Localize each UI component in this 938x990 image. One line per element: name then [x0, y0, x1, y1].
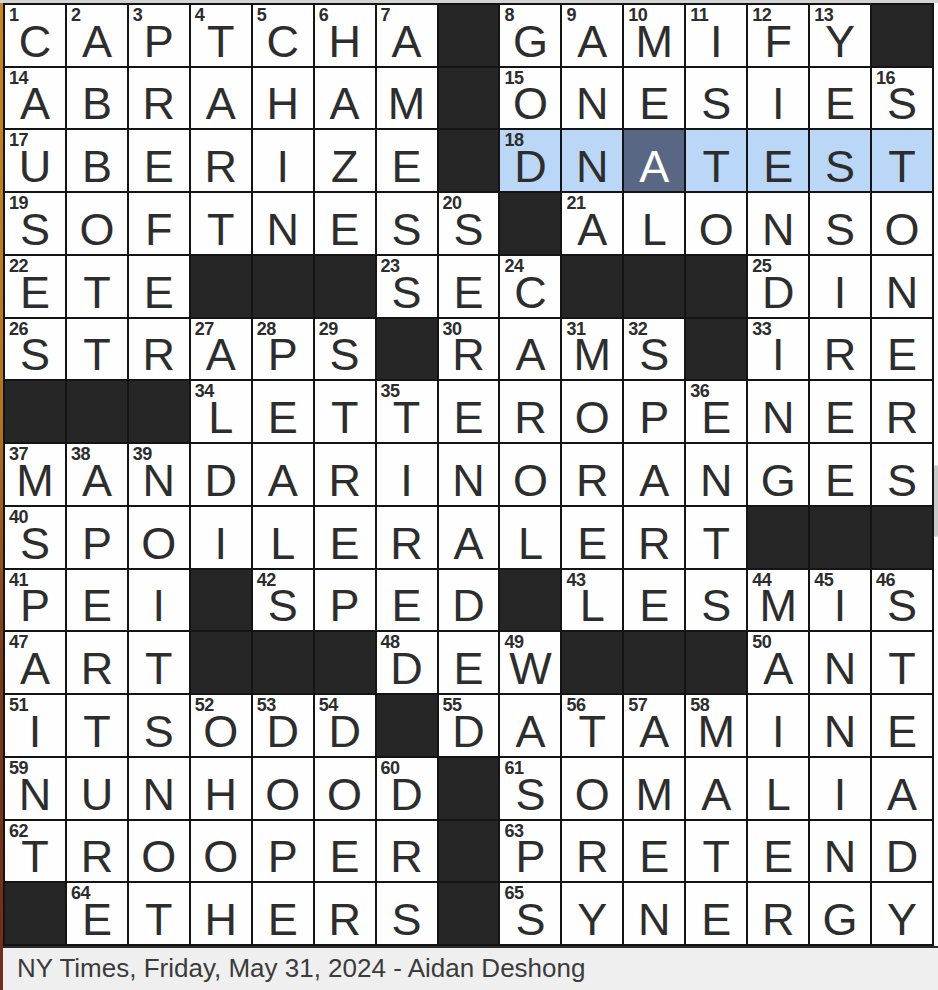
cell-r14c15[interactable]: D: [872, 821, 932, 882]
cell-r7c6[interactable]: T: [315, 381, 375, 442]
cell-r4c6[interactable]: E: [315, 193, 375, 254]
cell-r9c5[interactable]: L: [253, 507, 313, 568]
cell-letter: E: [624, 583, 684, 628]
cell-r14c9[interactable]: 63P: [500, 821, 560, 882]
cell-r15c15[interactable]: Y: [872, 883, 932, 944]
cell-r6c11[interactable]: 32S: [624, 319, 684, 380]
cell-r12c4[interactable]: 52O: [191, 695, 251, 756]
cell-r15c11[interactable]: N: [624, 883, 684, 944]
cell-r15c6[interactable]: R: [315, 883, 375, 944]
cell-r4c15[interactable]: O: [872, 193, 932, 254]
cell-letter: H: [315, 19, 375, 64]
cell-letter: A: [67, 458, 127, 503]
cell-letter: H: [191, 772, 251, 817]
cell-r10c12[interactable]: S: [686, 570, 746, 631]
cell-letter: H: [191, 897, 251, 942]
cell-r10c15[interactable]: 46S: [872, 570, 932, 631]
cell-letter: E: [624, 81, 684, 126]
cell-r11c5: [253, 632, 313, 693]
cell-r4c7[interactable]: S: [377, 193, 437, 254]
cell-r11c13[interactable]: 50A: [748, 632, 808, 693]
cell-r5c13[interactable]: 25D: [748, 256, 808, 317]
cell-letter: M: [5, 458, 65, 503]
cell-r2c15[interactable]: 16S: [872, 68, 932, 129]
cell-r8c7[interactable]: I: [377, 444, 437, 505]
cell-r11c15[interactable]: T: [872, 632, 932, 693]
cell-letter: N: [129, 772, 189, 817]
cell-letter: E: [872, 709, 932, 754]
cell-r2c7[interactable]: M: [377, 68, 437, 129]
cell-letter: N: [253, 207, 313, 252]
cell-r10c4: [191, 570, 251, 631]
cell-r11c14[interactable]: N: [810, 632, 870, 693]
cell-r12c6[interactable]: 54D: [315, 695, 375, 756]
cell-r15c5[interactable]: E: [253, 883, 313, 944]
cell-r7c13[interactable]: N: [748, 381, 808, 442]
cell-r5c8[interactable]: E: [439, 256, 499, 317]
cell-r13c7[interactable]: 60D: [377, 758, 437, 819]
cell-letter: P: [5, 583, 65, 628]
cell-r3c14[interactable]: S: [810, 130, 870, 191]
cell-r10c3[interactable]: I: [129, 570, 189, 631]
cell-r3c1[interactable]: 17U: [5, 130, 65, 191]
cell-r14c2[interactable]: R: [67, 821, 127, 882]
cell-letter: T: [129, 897, 189, 942]
cell-letter: T: [315, 395, 375, 440]
cell-letter: E: [315, 834, 375, 879]
cell-r8c11[interactable]: A: [624, 444, 684, 505]
cell-r11c4: [191, 632, 251, 693]
cell-r2c11[interactable]: E: [624, 68, 684, 129]
cell-r6c10[interactable]: 31M: [562, 319, 622, 380]
cell-r14c6[interactable]: E: [315, 821, 375, 882]
cell-letter: S: [253, 583, 313, 628]
cell-r5c14[interactable]: I: [810, 256, 870, 317]
cell-letter: N: [562, 81, 622, 126]
cell-letter: I: [810, 270, 870, 315]
cell-r1c7[interactable]: 7A: [377, 5, 437, 66]
cell-letter: R: [129, 332, 189, 377]
cell-letter: U: [67, 772, 127, 817]
cell-r15c7[interactable]: S: [377, 883, 437, 944]
cell-letter: N: [810, 646, 870, 691]
cell-letter: I: [129, 583, 189, 628]
cell-letter: N: [748, 395, 808, 440]
cell-letter: W: [500, 646, 560, 691]
cell-r2c1[interactable]: 14A: [5, 68, 65, 129]
cell-letter: S: [872, 458, 932, 503]
cell-letter: A: [686, 772, 746, 817]
cell-r1c6[interactable]: 6H: [315, 5, 375, 66]
cell-r3c3[interactable]: E: [129, 130, 189, 191]
cell-r3c12[interactable]: T: [686, 130, 746, 191]
cell-r15c14[interactable]: G: [810, 883, 870, 944]
cell-r3c6[interactable]: Z: [315, 130, 375, 191]
cell-letter: O: [129, 834, 189, 879]
cell-letter: E: [67, 583, 127, 628]
cell-letter: I: [686, 19, 746, 64]
cell-r14c11[interactable]: E: [624, 821, 684, 882]
cell-r12c10[interactable]: 56T: [562, 695, 622, 756]
cell-r6c7: [377, 319, 437, 380]
cell-letter: A: [872, 772, 932, 817]
cell-r13c13[interactable]: L: [748, 758, 808, 819]
cell-r2c14[interactable]: E: [810, 68, 870, 129]
cell-r7c3: [129, 381, 189, 442]
cell-r3c13[interactable]: E: [748, 130, 808, 191]
cell-letter: M: [624, 19, 684, 64]
cell-r9c6[interactable]: E: [315, 507, 375, 568]
cell-r15c9[interactable]: 65S: [500, 883, 560, 944]
cell-r1c3[interactable]: 3P: [129, 5, 189, 66]
cell-r7c9[interactable]: R: [500, 381, 560, 442]
cell-r2c5[interactable]: H: [253, 68, 313, 129]
cell-r10c6[interactable]: P: [315, 570, 375, 631]
cell-letter: A: [191, 81, 251, 126]
cell-r9c12[interactable]: T: [686, 507, 746, 568]
cell-letter: O: [686, 207, 746, 252]
cell-r10c10[interactable]: 43L: [562, 570, 622, 631]
cell-r4c14[interactable]: S: [810, 193, 870, 254]
cell-r10c5[interactable]: 42S: [253, 570, 313, 631]
cell-letter: E: [315, 207, 375, 252]
cell-r9c11[interactable]: R: [624, 507, 684, 568]
cell-r13c4[interactable]: H: [191, 758, 251, 819]
cell-letter: C: [500, 270, 560, 315]
cell-r4c1[interactable]: 19S: [5, 193, 65, 254]
cell-r12c9[interactable]: A: [500, 695, 560, 756]
cell-r3c11[interactable]: A: [624, 130, 684, 191]
cell-r12c14[interactable]: N: [810, 695, 870, 756]
cell-r12c5[interactable]: 53D: [253, 695, 313, 756]
cell-letter: L: [500, 521, 560, 566]
cell-r3c10[interactable]: N: [562, 130, 622, 191]
cell-r9c10[interactable]: E: [562, 507, 622, 568]
cell-letter: S: [810, 144, 870, 189]
cell-r1c2[interactable]: 2A: [67, 5, 127, 66]
cell-r14c10[interactable]: R: [562, 821, 622, 882]
cell-r6c13[interactable]: 33I: [748, 319, 808, 380]
cell-r15c1: [5, 883, 65, 944]
cell-r12c2[interactable]: T: [67, 695, 127, 756]
cell-r1c13[interactable]: 12F: [748, 5, 808, 66]
cell-letter: R: [562, 834, 622, 879]
cell-r2c6[interactable]: A: [315, 68, 375, 129]
cell-r9c1[interactable]: 40S: [5, 507, 65, 568]
cell-r2c2[interactable]: B: [67, 68, 127, 129]
cell-r14c12[interactable]: T: [686, 821, 746, 882]
cell-r12c8[interactable]: 55D: [439, 695, 499, 756]
cell-letter: E: [67, 897, 127, 942]
cell-r7c10[interactable]: O: [562, 381, 622, 442]
cell-r15c12[interactable]: E: [686, 883, 746, 944]
cell-r10c9: [500, 570, 560, 631]
cell-r12c3[interactable]: S: [129, 695, 189, 756]
cell-r11c10: [562, 632, 622, 693]
cell-r9c7[interactable]: R: [377, 507, 437, 568]
cell-r9c3[interactable]: O: [129, 507, 189, 568]
cell-r11c7[interactable]: 48D: [377, 632, 437, 693]
cell-r5c1[interactable]: 22E: [5, 256, 65, 317]
cell-r10c7[interactable]: E: [377, 570, 437, 631]
cell-letter: R: [500, 395, 560, 440]
cell-letter: E: [810, 458, 870, 503]
cell-r5c2[interactable]: T: [67, 256, 127, 317]
cell-r7c11[interactable]: P: [624, 381, 684, 442]
cell-letter: A: [377, 19, 437, 64]
cell-r8c2[interactable]: 38A: [67, 444, 127, 505]
cell-r1c11[interactable]: 10M: [624, 5, 684, 66]
cell-r6c5[interactable]: 28P: [253, 319, 313, 380]
cell-r1c5[interactable]: 5C: [253, 5, 313, 66]
cell-letter: E: [253, 897, 313, 942]
cell-r15c8: [439, 883, 499, 944]
cell-letter: N: [562, 144, 622, 189]
cell-letter: R: [191, 144, 251, 189]
cell-r6c14[interactable]: R: [810, 319, 870, 380]
cell-r5c4: [191, 256, 251, 317]
cell-r1c14[interactable]: 13Y: [810, 5, 870, 66]
cell-r14c5[interactable]: P: [253, 821, 313, 882]
cell-letter: H: [253, 81, 313, 126]
cell-r4c8[interactable]: 20S: [439, 193, 499, 254]
cell-letter: G: [810, 897, 870, 942]
cell-r13c6[interactable]: O: [315, 758, 375, 819]
cell-letter: R: [315, 458, 375, 503]
cell-r13c15[interactable]: A: [872, 758, 932, 819]
cell-r5c12: [686, 256, 746, 317]
cell-r7c12[interactable]: 36E: [686, 381, 746, 442]
cell-r4c4[interactable]: T: [191, 193, 251, 254]
cell-r6c15[interactable]: E: [872, 319, 932, 380]
cell-letter: E: [748, 834, 808, 879]
cell-letter: S: [872, 81, 932, 126]
cell-r8c9[interactable]: O: [500, 444, 560, 505]
cell-letter: O: [500, 458, 560, 503]
cell-r4c12[interactable]: O: [686, 193, 746, 254]
cell-r11c1[interactable]: 47A: [5, 632, 65, 693]
cell-r5c3[interactable]: E: [129, 256, 189, 317]
cell-r2c3[interactable]: R: [129, 68, 189, 129]
cell-r3c15[interactable]: T: [872, 130, 932, 191]
cell-r2c13[interactable]: I: [748, 68, 808, 129]
cell-letter: R: [810, 332, 870, 377]
cell-r2c4[interactable]: A: [191, 68, 251, 129]
cell-r6c2[interactable]: T: [67, 319, 127, 380]
cell-r8c14[interactable]: E: [810, 444, 870, 505]
cell-r6c6[interactable]: 29S: [315, 319, 375, 380]
cell-r2c10[interactable]: N: [562, 68, 622, 129]
cell-letter: P: [500, 834, 560, 879]
cell-letter: T: [67, 332, 127, 377]
cell-letter: E: [748, 144, 808, 189]
cell-r7c7[interactable]: 35T: [377, 381, 437, 442]
cell-r12c1[interactable]: 51I: [5, 695, 65, 756]
cell-r5c15[interactable]: N: [872, 256, 932, 317]
cell-r10c14[interactable]: 45I: [810, 570, 870, 631]
cell-r2c12[interactable]: S: [686, 68, 746, 129]
cell-r8c3[interactable]: 39N: [129, 444, 189, 505]
cell-r8c8[interactable]: N: [439, 444, 499, 505]
puzzle-source-text: NY Times, Friday, May 31, 2024 - Aidan D…: [3, 948, 938, 988]
cell-letter: I: [377, 458, 437, 503]
cell-r12c15[interactable]: E: [872, 695, 932, 756]
cell-letter: N: [439, 458, 499, 503]
cell-r14c8: [439, 821, 499, 882]
cell-r1c9[interactable]: 8G: [500, 5, 560, 66]
cell-r12c13[interactable]: I: [748, 695, 808, 756]
cell-r7c4[interactable]: 34L: [191, 381, 251, 442]
cell-r8c1[interactable]: 37M: [5, 444, 65, 505]
cell-letter: I: [5, 709, 65, 754]
cell-r3c5[interactable]: I: [253, 130, 313, 191]
cell-r13c3[interactable]: N: [129, 758, 189, 819]
scrollbar-thumb[interactable]: [934, 465, 938, 537]
cell-r10c8[interactable]: D: [439, 570, 499, 631]
cell-r10c2[interactable]: E: [67, 570, 127, 631]
cell-letter: A: [500, 709, 560, 754]
cell-r11c8[interactable]: E: [439, 632, 499, 693]
cell-r8c5[interactable]: A: [253, 444, 313, 505]
cell-r14c7[interactable]: R: [377, 821, 437, 882]
cell-r14c1[interactable]: 62T: [5, 821, 65, 882]
cell-r11c9[interactable]: 49W: [500, 632, 560, 693]
cell-r13c2[interactable]: U: [67, 758, 127, 819]
cell-letter: A: [624, 144, 684, 189]
cell-letter: I: [810, 583, 870, 628]
cell-r15c4[interactable]: H: [191, 883, 251, 944]
cell-r14c13[interactable]: E: [748, 821, 808, 882]
scrollbar-track: [934, 3, 938, 946]
cell-r15c13[interactable]: R: [748, 883, 808, 944]
cell-letter: O: [562, 395, 622, 440]
cell-letter: P: [253, 834, 313, 879]
cell-letter: D: [315, 709, 375, 754]
cell-r8c12[interactable]: N: [686, 444, 746, 505]
cell-r13c14[interactable]: I: [810, 758, 870, 819]
cell-r13c5[interactable]: O: [253, 758, 313, 819]
source-bar: NY Times, Friday, May 31, 2024 - Aidan D…: [3, 946, 938, 990]
cell-letter: D: [439, 583, 499, 628]
cell-letter: E: [439, 646, 499, 691]
cell-letter: E: [872, 332, 932, 377]
cell-letter: N: [129, 458, 189, 503]
cell-r14c3[interactable]: O: [129, 821, 189, 882]
cell-r6c8[interactable]: 30R: [439, 319, 499, 380]
cell-r8c13[interactable]: G: [748, 444, 808, 505]
cell-letter: M: [377, 81, 437, 126]
cell-r6c1[interactable]: 26S: [5, 319, 65, 380]
cell-r4c3[interactable]: F: [129, 193, 189, 254]
cell-r10c11[interactable]: E: [624, 570, 684, 631]
cell-r6c4[interactable]: 27A: [191, 319, 251, 380]
cell-r10c13[interactable]: 44M: [748, 570, 808, 631]
cell-r14c4[interactable]: O: [191, 821, 251, 882]
cell-letter: O: [129, 521, 189, 566]
cell-r11c12: [686, 632, 746, 693]
cell-letter: T: [872, 144, 932, 189]
cell-r4c5[interactable]: N: [253, 193, 313, 254]
cell-r4c2[interactable]: O: [67, 193, 127, 254]
cell-r1c4[interactable]: 4T: [191, 5, 251, 66]
cell-letter: P: [624, 395, 684, 440]
cell-letter: A: [439, 521, 499, 566]
cell-letter: N: [624, 897, 684, 942]
cell-r1c12[interactable]: 11I: [686, 5, 746, 66]
cell-r5c7[interactable]: 23S: [377, 256, 437, 317]
cell-r4c10[interactable]: 21A: [562, 193, 622, 254]
cell-r7c8[interactable]: E: [439, 381, 499, 442]
cell-r13c11[interactable]: M: [624, 758, 684, 819]
cell-letter: L: [562, 583, 622, 628]
cell-letter: B: [67, 144, 127, 189]
cell-letter: L: [191, 395, 251, 440]
cell-letter: S: [377, 270, 437, 315]
cell-r15c2[interactable]: 64E: [67, 883, 127, 944]
cell-r5c9[interactable]: 24C: [500, 256, 560, 317]
cell-r15c10[interactable]: Y: [562, 883, 622, 944]
cell-r4c13[interactable]: N: [748, 193, 808, 254]
cell-r2c9[interactable]: 15O: [500, 68, 560, 129]
cell-r13c10[interactable]: O: [562, 758, 622, 819]
cell-r14c14[interactable]: N: [810, 821, 870, 882]
cell-letter: A: [624, 709, 684, 754]
cell-r6c9[interactable]: A: [500, 319, 560, 380]
cell-r12c11[interactable]: 57A: [624, 695, 684, 756]
cell-r3c4[interactable]: R: [191, 130, 251, 191]
cell-r7c14[interactable]: E: [810, 381, 870, 442]
cell-r8c15[interactable]: S: [872, 444, 932, 505]
cell-r10c1[interactable]: 41P: [5, 570, 65, 631]
cell-letter: E: [439, 270, 499, 315]
cell-letter: T: [686, 834, 746, 879]
cell-r11c2[interactable]: R: [67, 632, 127, 693]
cell-r6c12: [686, 319, 746, 380]
cell-letter: O: [191, 709, 251, 754]
cell-r2c8: [439, 68, 499, 129]
cell-r13c1[interactable]: 59N: [5, 758, 65, 819]
cell-r8c4[interactable]: D: [191, 444, 251, 505]
cell-r8c10[interactable]: R: [562, 444, 622, 505]
cell-r6c3[interactable]: R: [129, 319, 189, 380]
cell-r3c9[interactable]: 18D: [500, 130, 560, 191]
cell-r1c1[interactable]: 1C: [5, 5, 65, 66]
cell-r7c5[interactable]: E: [253, 381, 313, 442]
cell-letter: I: [748, 81, 808, 126]
cell-r9c4[interactable]: I: [191, 507, 251, 568]
cell-letter: S: [377, 207, 437, 252]
cell-letter: G: [500, 19, 560, 64]
cell-r4c11[interactable]: L: [624, 193, 684, 254]
cell-r8c6[interactable]: R: [315, 444, 375, 505]
cell-r9c2[interactable]: P: [67, 507, 127, 568]
cell-r3c2[interactable]: B: [67, 130, 127, 191]
cell-r13c12[interactable]: A: [686, 758, 746, 819]
cell-r5c10: [562, 256, 622, 317]
cell-letter: E: [129, 144, 189, 189]
cell-r9c8[interactable]: A: [439, 507, 499, 568]
cell-letter: N: [5, 772, 65, 817]
cell-r9c9[interactable]: L: [500, 507, 560, 568]
cell-r12c12[interactable]: 58M: [686, 695, 746, 756]
cell-r13c9[interactable]: 61S: [500, 758, 560, 819]
cell-letter: L: [624, 207, 684, 252]
cell-r3c7[interactable]: E: [377, 130, 437, 191]
cell-r1c10[interactable]: 9A: [562, 5, 622, 66]
cell-r11c3[interactable]: T: [129, 632, 189, 693]
cell-r7c15[interactable]: R: [872, 381, 932, 442]
cell-r15c3[interactable]: T: [129, 883, 189, 944]
